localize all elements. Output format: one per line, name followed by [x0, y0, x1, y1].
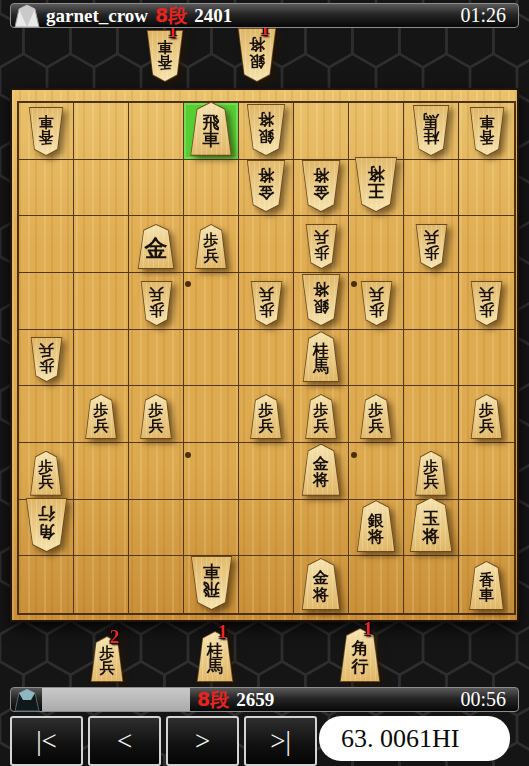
time-progress-bar — [42, 688, 190, 711]
board-cell-r3c2[interactable] — [74, 216, 129, 273]
piece-kanji: 金将 — [246, 160, 286, 212]
board-cell-r4c6[interactable]: 銀将 — [294, 273, 349, 330]
shogi-piece-歩兵-sente[interactable]: 歩兵 — [30, 451, 63, 496]
board-cell-r9c9[interactable]: 香車 — [459, 556, 514, 613]
board-cell-r7c4[interactable] — [184, 443, 239, 500]
board-cell-r1c6[interactable] — [294, 103, 349, 160]
piece-kanji: 飛車 — [190, 102, 233, 156]
shogi-piece-金将-sente[interactable]: 金将 — [301, 558, 341, 610]
top-player-name: garnet_crow — [46, 5, 148, 27]
board-cell-r6c4[interactable] — [184, 386, 239, 443]
board-cell-r5c5[interactable] — [239, 330, 294, 387]
shogi-piece-歩兵-sente[interactable]: 歩兵 — [305, 394, 338, 439]
piece-kanji: 香車 — [28, 107, 64, 156]
board-cell-r1c7[interactable] — [349, 103, 404, 160]
piece-kanji: 歩兵 — [195, 224, 228, 269]
shogi-piece-香車-gote[interactable]: 香車 — [469, 107, 505, 156]
board-cell-r9c5[interactable] — [239, 556, 294, 613]
board-cell-r6c6[interactable]: 歩兵 — [294, 386, 349, 443]
board-cell-r4c2[interactable] — [74, 273, 129, 330]
board-cell-r5c6[interactable]: 桂馬 — [294, 330, 349, 387]
board-cell-r2c9[interactable] — [459, 160, 514, 217]
star-point — [351, 281, 357, 287]
piece-kanji: 歩兵 — [415, 451, 448, 496]
board-cell-r6c2[interactable]: 歩兵 — [74, 386, 129, 443]
board-cell-r8c7[interactable]: 銀将 — [349, 500, 404, 557]
board-cell-r4c4[interactable] — [184, 273, 239, 330]
board-cell-r8c1[interactable]: 角行 — [19, 500, 74, 557]
board-cell-r6c5[interactable]: 歩兵 — [239, 386, 294, 443]
board-grid: 香車飛車銀将桂馬香車金将金将王将金歩兵歩兵歩兵歩兵歩兵銀将歩兵歩兵歩兵桂馬歩兵歩… — [17, 101, 516, 615]
board-cell-r4c1[interactable] — [19, 273, 74, 330]
board-cell-r3c7[interactable] — [349, 216, 404, 273]
bottom-player-bar: 8段 2659 00:56 — [10, 687, 519, 712]
shogi-piece-桂馬-gote[interactable]: 桂馬 — [412, 105, 450, 156]
shogi-piece-香車-gote[interactable]: 香車 — [28, 107, 64, 156]
board-cell-r2c8[interactable] — [404, 160, 459, 217]
board-cell-r3c9[interactable] — [459, 216, 514, 273]
prev-move-button[interactable]: < — [88, 716, 161, 766]
board-cell-r7c3[interactable] — [129, 443, 184, 500]
piece-kanji: 香車 — [469, 561, 505, 610]
shogi-piece-香車-sente[interactable]: 香車 — [469, 561, 505, 610]
board-cell-r7c7[interactable] — [349, 443, 404, 500]
piece-kanji: 歩兵 — [85, 394, 118, 439]
board-cell-r2c7[interactable]: 王将 — [349, 160, 404, 217]
top-player-clock: 01:26 — [460, 4, 506, 27]
next-move-button[interactable]: > — [166, 716, 239, 766]
shogi-piece-歩兵-sente[interactable]: 歩兵 — [360, 394, 393, 439]
piece-anchor: 歩兵 — [129, 273, 183, 329]
shogi-piece-桂馬-sente[interactable]: 桂馬 — [196, 631, 234, 682]
last-move-button[interactable]: >| — [244, 716, 317, 766]
shogi-piece-香車-gote[interactable]: 香車 — [146, 30, 184, 82]
board-cell-r9c7[interactable] — [349, 556, 404, 613]
board-cell-r2c2[interactable] — [74, 160, 129, 217]
board-cell-r9c3[interactable] — [129, 556, 184, 613]
board-cell-r3c4[interactable]: 歩兵 — [184, 216, 239, 273]
board-cell-r9c4[interactable]: 飛車 — [184, 556, 239, 613]
piece-kanji: 桂馬 — [302, 331, 340, 382]
board-cell-r4c3[interactable]: 歩兵 — [129, 273, 184, 330]
shogi-piece-歩兵-gote[interactable]: 歩兵 — [360, 281, 393, 326]
piece-kanji: 角行 — [25, 498, 68, 552]
piece-kanji: 香車 — [146, 30, 184, 82]
board-cell-r8c5[interactable] — [239, 500, 294, 557]
board-cell-r7c2[interactable] — [74, 443, 129, 500]
board-cell-r5c4[interactable] — [184, 330, 239, 387]
board-cell-r8c3[interactable] — [129, 500, 184, 557]
shogi-piece-銀将-gote[interactable]: 銀将 — [237, 28, 277, 82]
top-player-avatar-piece-icon — [14, 4, 40, 28]
shogi-piece-歩兵-sente[interactable]: 歩兵 — [85, 394, 118, 439]
board-cell-r8c4[interactable] — [184, 500, 239, 557]
shogi-piece-桂馬-sente[interactable]: 桂馬 — [302, 331, 340, 382]
shogi-piece-歩兵-gote[interactable]: 歩兵 — [415, 224, 448, 269]
sente-captured-pieces-tray: 歩兵2桂馬1角行1 — [0, 622, 529, 684]
shogi-app: garnet_crow 8段 2401 01:26 香車1銀将1 香車飛車銀将桂… — [0, 0, 529, 766]
piece-kanji: 桂馬 — [412, 105, 450, 156]
piece-kanji: 歩兵 — [305, 394, 338, 439]
piece-kanji: 歩兵 — [470, 394, 503, 439]
bottom-hand-歩兵[interactable]: 歩兵2 — [90, 636, 124, 682]
piece-kanji: 歩兵 — [360, 281, 393, 326]
piece-kanji: 歩兵 — [360, 394, 393, 439]
piece-kanji: 角行 — [339, 628, 381, 682]
bottom-hand-角行[interactable]: 角行1 — [339, 628, 381, 682]
star-point — [185, 281, 191, 287]
board-cell-r6c9[interactable]: 歩兵 — [459, 386, 514, 443]
board-cell-r5c1[interactable]: 歩兵 — [19, 330, 74, 387]
piece-kanji: 金将 — [301, 160, 341, 212]
shogi-piece-歩兵-sente[interactable]: 歩兵 — [415, 451, 448, 496]
bottom-hand-桂馬[interactable]: 桂馬1 — [196, 631, 234, 682]
board-cell-r5c2[interactable] — [74, 330, 129, 387]
board-cell-r7c8[interactable]: 歩兵 — [404, 443, 459, 500]
piece-anchor: 歩兵 — [349, 386, 403, 442]
board-cell-r1c9[interactable]: 香車 — [459, 103, 514, 160]
board-cell-r2c5[interactable]: 金将 — [239, 160, 294, 217]
board-cell-r4c8[interactable] — [404, 273, 459, 330]
board-cell-r4c5[interactable]: 歩兵 — [239, 273, 294, 330]
piece-anchor: 香車 — [459, 556, 514, 613]
piece-anchor: 歩兵 — [459, 386, 514, 442]
top-player-bar: garnet_crow 8段 2401 01:26 — [10, 3, 519, 28]
piece-anchor: 飛車 — [184, 556, 238, 613]
piece-anchor: 金将 — [239, 160, 293, 216]
shogi-piece-金将-gote[interactable]: 金将 — [301, 160, 341, 212]
piece-anchor: 歩兵 — [239, 273, 293, 329]
board-cell-r1c3[interactable] — [129, 103, 184, 160]
piece-anchor: 歩兵 — [129, 386, 183, 442]
board-cell-r3c8[interactable]: 歩兵 — [404, 216, 459, 273]
piece-anchor: 歩兵 — [404, 443, 458, 499]
bottom-player-rating: 2659 — [236, 689, 274, 711]
board-cell-r5c9[interactable] — [459, 330, 514, 387]
board-cell-r5c8[interactable] — [404, 330, 459, 387]
board-cell-r8c9[interactable] — [459, 500, 514, 557]
piece-anchor: 歩兵 — [19, 443, 73, 499]
piece-anchor: 金 — [129, 216, 183, 272]
piece-kanji: 玉将 — [409, 497, 453, 552]
shogi-piece-銀将-sente[interactable]: 銀将 — [356, 500, 396, 552]
board-cell-r2c6[interactable]: 金将 — [294, 160, 349, 217]
board-cell-r2c4[interactable] — [184, 160, 239, 217]
piece-kanji: 金将 — [301, 444, 341, 496]
captured-count-badge: 1 — [218, 621, 228, 643]
board-cell-r7c5[interactable] — [239, 443, 294, 500]
piece-anchor: 歩兵 — [19, 330, 73, 386]
board-cell-r9c1[interactable] — [19, 556, 74, 613]
piece-anchor: 玉将 — [404, 500, 458, 556]
shogi-piece-歩兵-gote[interactable]: 歩兵 — [250, 281, 283, 326]
board-cell-r2c1[interactable] — [19, 160, 74, 217]
piece-kanji: 歩兵 — [140, 281, 173, 326]
top-hand-香車[interactable]: 香車1 — [146, 30, 184, 82]
piece-anchor: 金将 — [294, 556, 348, 613]
shogi-piece-歩兵-gote[interactable]: 歩兵 — [140, 281, 173, 326]
shogi-piece-歩兵-sente[interactable]: 歩兵 — [470, 394, 503, 439]
shogi-piece-金-sente[interactable]: 金 — [137, 224, 175, 269]
board-cell-r7c9[interactable] — [459, 443, 514, 500]
shogi-piece-飛車-gote[interactable]: 飛車 — [190, 556, 233, 610]
board-cell-r5c3[interactable] — [129, 330, 184, 387]
board-cell-r6c7[interactable]: 歩兵 — [349, 386, 404, 443]
piece-kanji: 歩兵 — [415, 224, 448, 269]
piece-anchor: 銀将 — [239, 103, 293, 159]
board-cell-r9c6[interactable]: 金将 — [294, 556, 349, 613]
piece-anchor: 桂馬 — [294, 330, 348, 386]
bottom-player-rank: 8段 — [197, 687, 229, 713]
board-cell-r9c8[interactable] — [404, 556, 459, 613]
piece-kanji: 金将 — [301, 558, 341, 610]
piece-anchor: 金将 — [294, 443, 348, 499]
piece-anchor: 歩兵 — [294, 216, 348, 272]
piece-anchor: 歩兵 — [239, 386, 293, 442]
board-cell-r6c3[interactable]: 歩兵 — [129, 386, 184, 443]
board-cell-r8c8[interactable]: 玉将 — [404, 500, 459, 557]
shogi-piece-銀将-gote[interactable]: 銀将 — [301, 274, 341, 326]
piece-kanji: 歩兵 — [250, 281, 283, 326]
board-cell-r3c3[interactable]: 金 — [129, 216, 184, 273]
shogi-piece-角行-sente[interactable]: 角行 — [339, 628, 381, 682]
piece-anchor: 香車 — [459, 103, 514, 159]
board-cell-r1c5[interactable]: 銀将 — [239, 103, 294, 160]
shogi-piece-銀将-gote[interactable]: 銀将 — [246, 104, 286, 156]
shogi-piece-玉将-sente[interactable]: 玉将 — [409, 497, 453, 552]
piece-kanji: 香車 — [469, 107, 505, 156]
top-player-rank: 8段 — [155, 3, 187, 29]
captured-count-badge: 1 — [363, 618, 373, 640]
piece-anchor: 金将 — [294, 160, 348, 216]
shogi-piece-歩兵-gote[interactable]: 歩兵 — [305, 224, 338, 269]
top-player-rating: 2401 — [194, 5, 232, 27]
star-point — [185, 452, 191, 458]
piece-anchor: 香車 — [19, 103, 73, 159]
board-cell-r1c2[interactable] — [74, 103, 129, 160]
piece-anchor: 歩兵 — [404, 216, 458, 272]
go-first-move-button[interactable]: |< — [10, 716, 83, 766]
shogi-piece-角行-gote[interactable]: 角行 — [25, 498, 68, 552]
board-cell-r4c9[interactable]: 歩兵 — [459, 273, 514, 330]
piece-anchor: 歩兵 — [74, 386, 128, 442]
bottom-player-clock: 00:56 — [460, 688, 506, 711]
shogi-piece-金将-gote[interactable]: 金将 — [246, 160, 286, 212]
piece-kanji: 歩兵 — [30, 451, 63, 496]
piece-kanji: 金 — [137, 224, 175, 269]
board-cell-r4c7[interactable]: 歩兵 — [349, 273, 404, 330]
piece-anchor: 銀将 — [349, 500, 403, 556]
shogi-piece-歩兵-gote[interactable]: 歩兵 — [470, 281, 503, 326]
piece-kanji: 歩兵 — [140, 394, 173, 439]
board-cell-r3c6[interactable]: 歩兵 — [294, 216, 349, 273]
move-display[interactable]: 63. 0061HI — [319, 716, 510, 761]
shogi-piece-歩兵-sente[interactable]: 歩兵 — [250, 394, 283, 439]
board-cell-r2c3[interactable] — [129, 160, 184, 217]
board-cell-r5c7[interactable] — [349, 330, 404, 387]
captured-count-badge: 2 — [110, 626, 120, 648]
piece-anchor: 王将 — [349, 160, 403, 216]
star-point — [351, 452, 357, 458]
piece-kanji: 歩兵 — [470, 281, 503, 326]
board-cell-r9c2[interactable] — [74, 556, 129, 613]
piece-anchor: 飛車 — [184, 103, 238, 159]
piece-anchor: 歩兵 — [184, 216, 238, 272]
board-cell-r1c1[interactable]: 香車 — [19, 103, 74, 160]
piece-kanji: 歩兵 — [305, 224, 338, 269]
shogi-piece-王将-gote[interactable]: 王将 — [354, 157, 398, 212]
board-cell-r7c6[interactable]: 金将 — [294, 443, 349, 500]
piece-kanji: 飛車 — [190, 556, 233, 610]
piece-anchor: 歩兵 — [459, 273, 514, 329]
shogi-piece-金将-sente[interactable]: 金将 — [301, 444, 341, 496]
piece-anchor: 角行 — [19, 500, 73, 556]
board-cell-r6c1[interactable] — [19, 386, 74, 443]
piece-kanji: 歩兵 — [30, 337, 63, 382]
shogi-board: 香車飛車銀将桂馬香車金将金将王将金歩兵歩兵歩兵歩兵歩兵銀将歩兵歩兵歩兵桂馬歩兵歩… — [10, 88, 519, 622]
board-cell-r7c1[interactable]: 歩兵 — [19, 443, 74, 500]
piece-kanji: 銀将 — [246, 104, 286, 156]
board-cell-r6c8[interactable] — [404, 386, 459, 443]
board-cell-r3c5[interactable] — [239, 216, 294, 273]
board-cell-r1c4[interactable]: 飛車 — [184, 103, 239, 160]
piece-anchor: 歩兵 — [294, 386, 348, 442]
gote-captured-pieces-tray: 香車1銀将1 — [0, 24, 529, 86]
piece-kanji: 桂馬 — [196, 631, 234, 682]
piece-kanji: 銀将 — [237, 28, 277, 82]
piece-anchor: 銀将 — [294, 273, 348, 329]
board-cell-r8c2[interactable] — [74, 500, 129, 557]
piece-kanji: 王将 — [354, 157, 398, 212]
top-hand-銀将[interactable]: 銀将1 — [237, 28, 277, 82]
bottom-player-avatar-piece-icon — [14, 688, 40, 712]
piece-kanji: 銀将 — [356, 500, 396, 552]
board-cell-r3c1[interactable] — [19, 216, 74, 273]
shogi-piece-歩兵-gote[interactable]: 歩兵 — [30, 337, 63, 382]
piece-kanji: 銀将 — [301, 274, 341, 326]
piece-anchor: 桂馬 — [404, 103, 458, 159]
board-cell-r1c8[interactable]: 桂馬 — [404, 103, 459, 160]
piece-kanji: 歩兵 — [250, 394, 283, 439]
shogi-piece-歩兵-sente[interactable]: 歩兵 — [195, 224, 228, 269]
shogi-piece-歩兵-sente[interactable]: 歩兵 — [140, 394, 173, 439]
piece-anchor: 歩兵 — [349, 273, 403, 329]
board-cell-r8c6[interactable] — [294, 500, 349, 557]
shogi-piece-飛車-sente[interactable]: 飛車 — [190, 102, 233, 156]
